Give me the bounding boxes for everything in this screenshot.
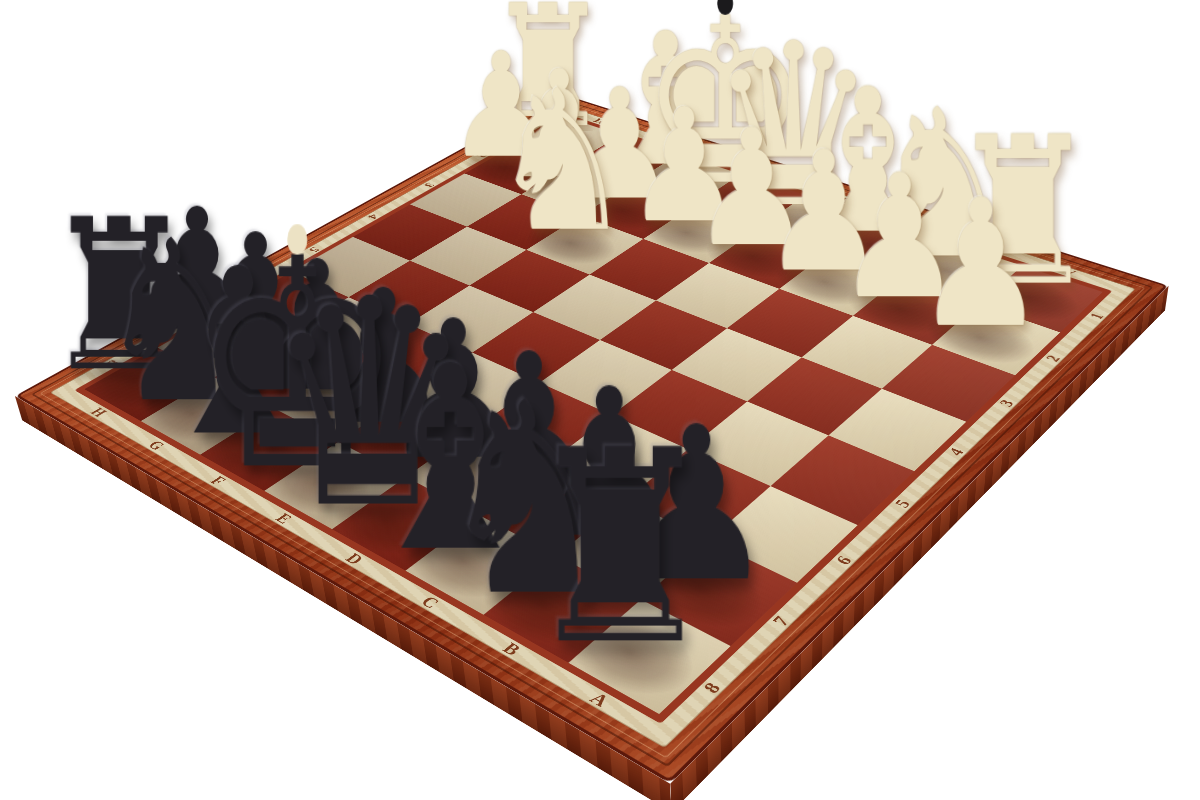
- piece-black-rook-a8[interactable]: ♜: [440, 415, 801, 681]
- piece-white-pawn-a2[interactable]: ♟: [838, 177, 1124, 353]
- chess-scene: HGFEDCBAHGFEDCBA1234567812345678♜♞♝♛♚♝♜♞…: [0, 0, 1200, 800]
- perspective-wrapper: HGFEDCBAHGFEDCBA1234567812345678♜♞♝♛♚♝♜♞…: [0, 0, 1200, 800]
- chess-board: HGFEDCBAHGFEDCBA1234567812345678♜♞♝♛♚♝♜♞…: [15, 94, 1169, 784]
